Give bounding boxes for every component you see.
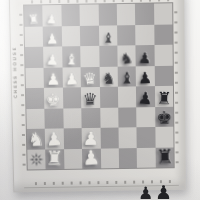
square-h1 [27,149,46,170]
square-h7 [137,147,156,168]
square-g1: ♞ [27,129,46,150]
square-g5 [100,128,119,149]
white-pawn: ♟ [43,52,62,68]
black-pawn: ♟ [135,51,154,67]
square-c7: ♟ [136,45,155,66]
square-d3: ♟ [62,67,81,88]
white-pawn: ♟ [82,148,101,169]
square-e1 [26,88,45,109]
square-f7 [136,107,155,128]
white-queen: ♛ [80,71,100,88]
black-knight: ♞ [117,50,137,66]
square-e5 [99,87,118,108]
square-h4: ♟ [82,148,101,169]
square-c2: ♟ [43,46,62,67]
square-a1: ♜ [24,5,43,26]
black-king: ♚ [154,109,173,128]
chess-board: ♜♟♟♝♟♝♞♟♟♟♛♞♝♟♚♛♟♜♚♞♟♟♜♟♜ [24,3,174,169]
square-e8: ♜ [155,86,174,107]
square-c8 [154,45,173,66]
white-pawn: ♟ [43,13,62,27]
square-c4 [80,46,99,67]
square-b7 [135,24,154,45]
square-g6 [118,127,137,148]
square-f2 [45,108,64,129]
square-e3 [63,87,82,108]
square-d6: ♝ [118,66,137,87]
square-b5: ♝ [98,25,117,46]
square-e6 [118,86,137,107]
square-c6: ♞ [117,45,136,66]
white-pawn: ♟ [82,129,101,148]
square-c1 [25,47,44,68]
square-e4: ♛ [81,87,100,108]
white-bishop: ♝ [62,52,81,67]
white-king: ♚ [44,91,64,109]
square-g7 [137,127,156,148]
square-d8 [154,65,173,86]
black-rook: ♜ [154,90,173,107]
brand-text: CHESS HOUSE [12,46,18,98]
square-f3 [63,108,82,129]
black-pawn: ♟ [136,70,155,86]
square-a7 [135,4,154,25]
square-d1 [25,67,44,88]
square-h5 [100,148,119,169]
square-g3 [63,128,82,149]
square-b6 [117,25,136,46]
chess-photo: CHESS HOUSE ♜♟♟♝♟♝♞♟♟♟♛♞♝♟♚♛♟♜♚♞♟♟♜♟♜ ♟♟ [0,0,200,200]
square-d5: ♞ [99,66,118,87]
white-pawn: ♟ [44,72,63,88]
square-g8 [155,127,174,148]
white-pawn: ♟ [45,130,65,150]
white-pawn: ♟ [43,33,62,47]
square-a6 [117,4,136,25]
captured-black-pawn: ♟ [138,185,153,200]
square-d4: ♛ [81,66,100,87]
square-a2: ♟ [43,5,62,26]
square-d7: ♟ [136,66,155,87]
coordinate-ticks-right [174,3,178,167]
square-b8 [154,24,173,45]
black-bishop: ♝ [98,32,117,46]
square-h8: ♜ [155,147,173,168]
square-h2: ♜ [46,149,65,170]
square-h3 [64,148,83,169]
black-queen: ♛ [81,91,99,108]
square-c5 [99,46,118,67]
square-f5 [100,107,119,128]
square-f8: ♚ [155,106,174,127]
square-b1 [25,26,44,47]
square-c3: ♝ [62,46,81,67]
square-a3 [61,5,80,26]
square-f1 [26,108,45,129]
square-g4: ♟ [82,128,101,149]
square-a8 [154,3,173,24]
white-rook: ♜ [46,149,65,169]
square-e7: ♟ [136,86,155,107]
square-a5 [98,4,117,25]
square-b2: ♟ [43,26,62,47]
black-bishop: ♝ [118,71,137,87]
white-knight: ♞ [27,130,46,149]
black-rook: ♜ [155,147,174,167]
black-pawn: ♟ [136,89,156,107]
square-h6 [119,148,138,169]
square-b4 [80,25,99,46]
vinyl-chess-mat: CHESS HOUSE ♜♟♟♝♟♝♞♟♟♟♛♞♝♟♚♛♟♜♚♞♟♟♜♟♜ [9,0,186,192]
white-pawn: ♟ [62,71,81,88]
white-rook: ♜ [24,13,44,27]
square-b3 [61,25,80,46]
square-d2: ♟ [44,67,63,88]
square-f6 [118,107,137,128]
square-f4 [81,107,100,128]
square-a4 [80,4,99,25]
square-g2: ♟ [45,128,64,149]
chess-house-logo-icon [29,152,43,166]
black-knight: ♞ [99,71,118,88]
captured-black-pawn: ♟ [155,183,172,200]
square-e2: ♚ [44,88,63,109]
